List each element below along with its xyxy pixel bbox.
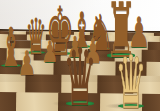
pieces-layer: ♝♟♛♟♚♟♝♟♞♜♟♛♛ [0,0,160,111]
chess-piece-pawn: ♟ [18,46,37,80]
chess-piece-queen: ♛ [115,45,147,111]
chess-set-photo: ♝♟♛♟♚♟♝♟♞♜♟♛♛ [0,0,160,111]
chess-piece-pawn: ♟ [42,37,59,67]
chess-piece-queen: ♛ [63,38,97,111]
